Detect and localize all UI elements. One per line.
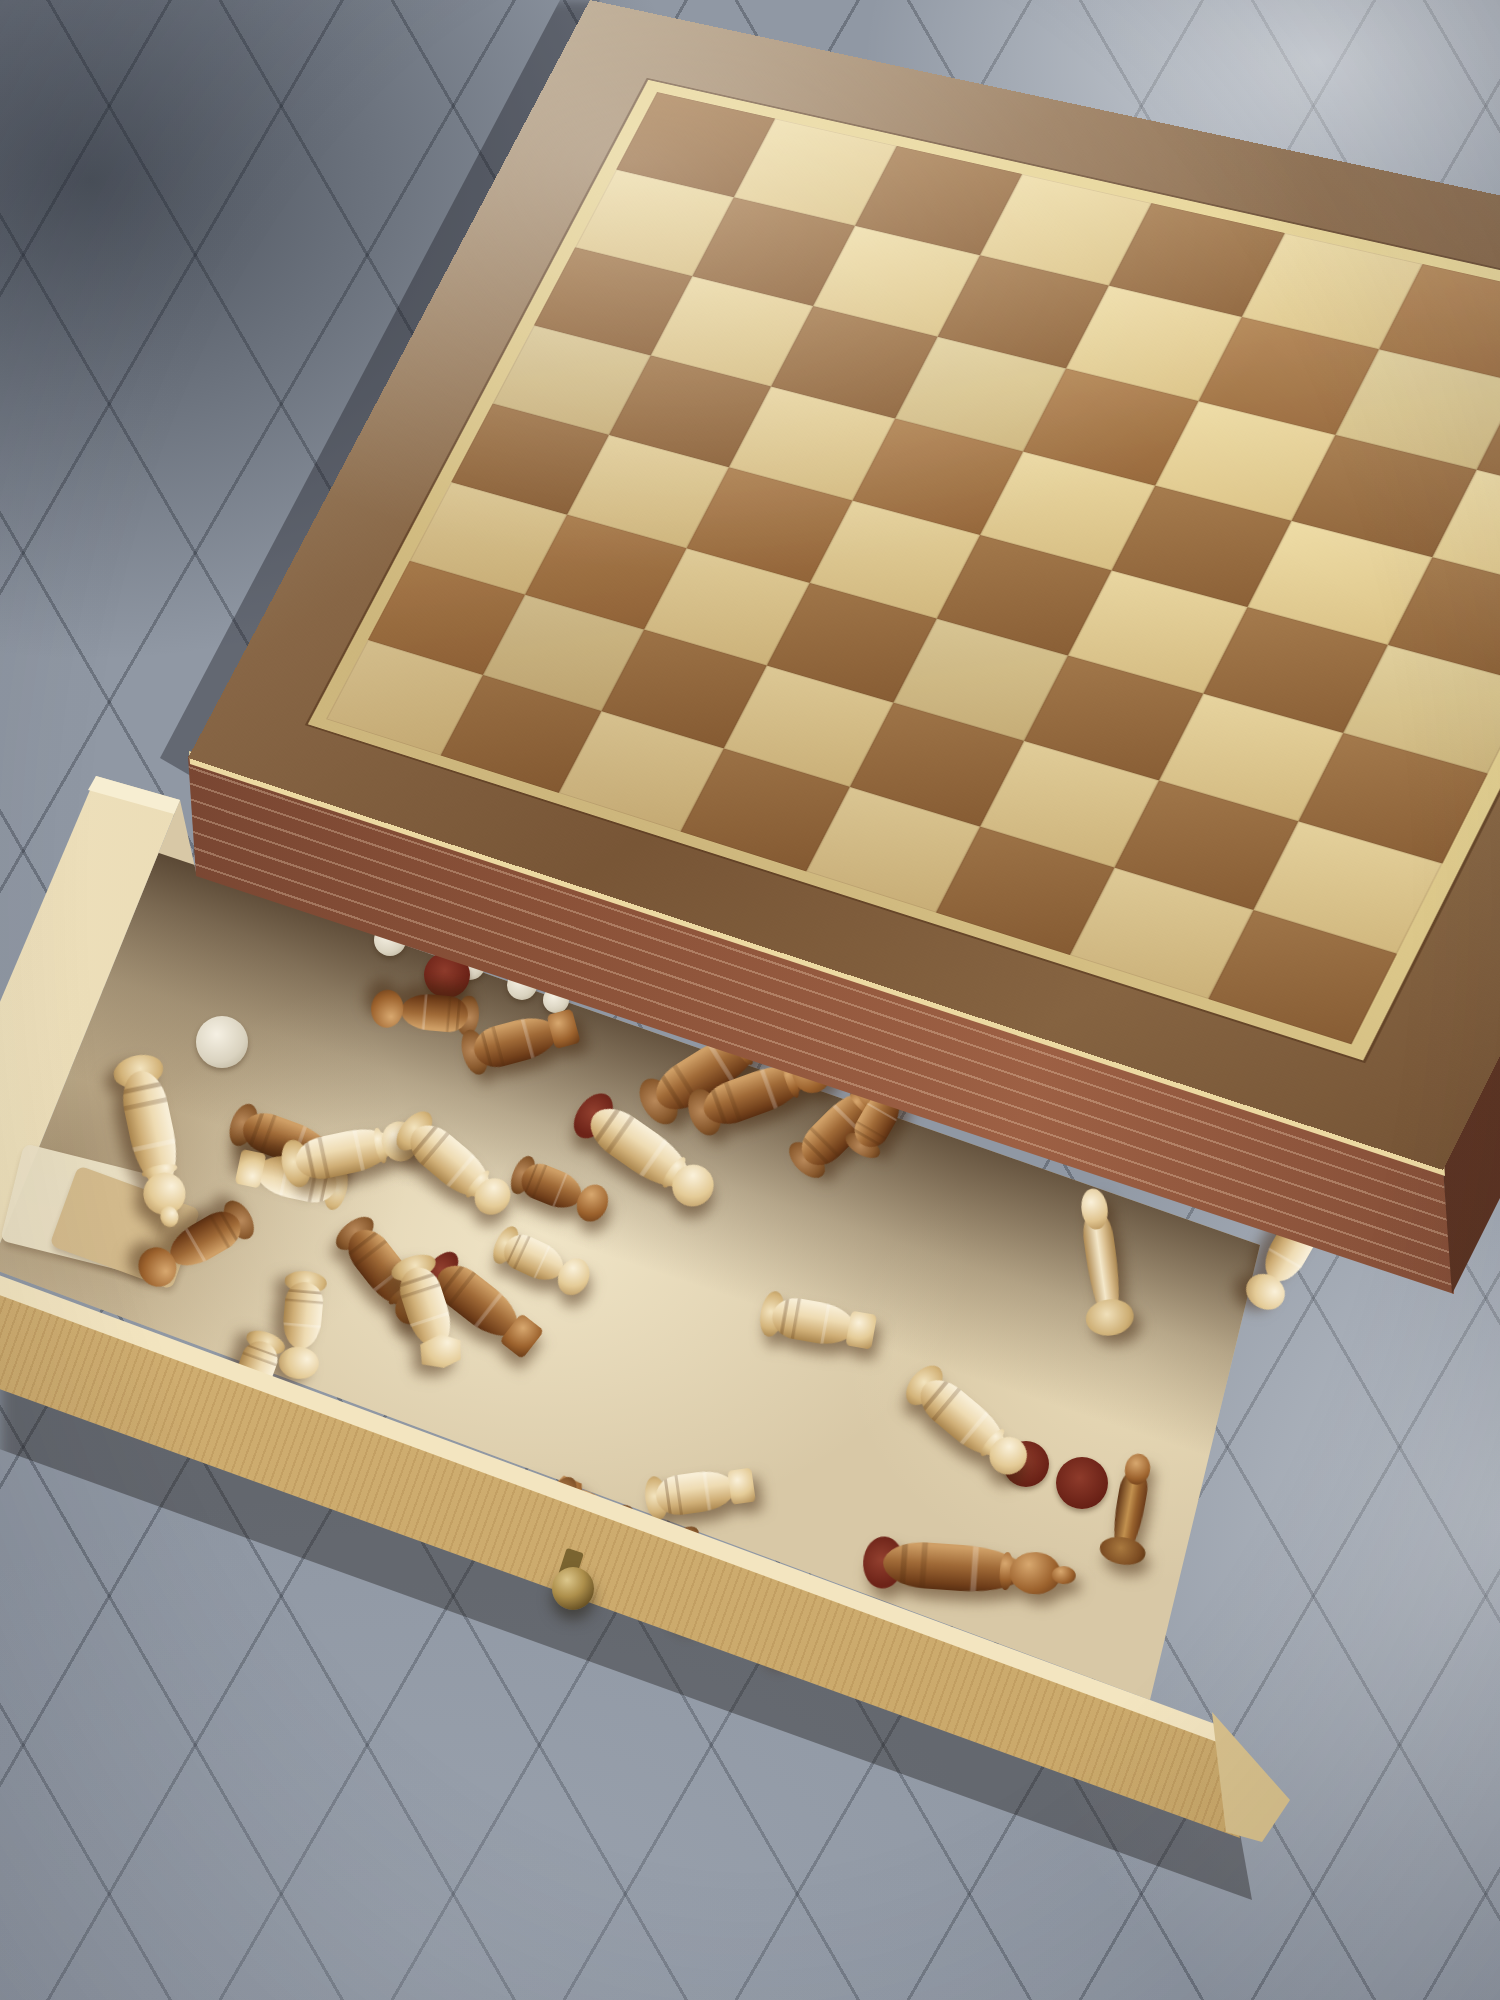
chess-box	[0, 0, 1500, 2000]
chess-box-photo	[0, 0, 1500, 2000]
